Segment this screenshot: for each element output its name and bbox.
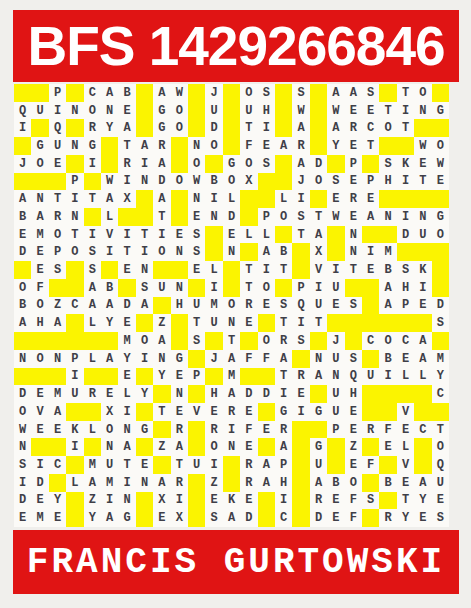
letter-cell: A xyxy=(292,119,309,137)
letter-cell: A xyxy=(414,332,431,350)
letter-cell: H xyxy=(379,173,396,191)
letter-cell: U xyxy=(205,102,222,120)
block-cell xyxy=(275,173,292,191)
letter-cell: N xyxy=(205,208,222,226)
block-cell xyxy=(188,385,205,403)
letter-cell: D xyxy=(14,385,31,403)
letter-cell: T xyxy=(153,403,170,421)
letter-cell: E xyxy=(240,492,257,510)
letter-cell: E xyxy=(258,137,275,155)
letter-cell: O xyxy=(258,279,275,297)
letter-cell: U xyxy=(310,297,327,315)
block-cell xyxy=(66,279,83,297)
block-cell xyxy=(66,456,83,474)
letter-cell: N xyxy=(49,350,66,368)
letter-cell: I xyxy=(118,403,135,421)
letter-cell: W xyxy=(327,208,344,226)
letter-cell: S xyxy=(188,243,205,261)
letter-cell: E xyxy=(223,226,240,244)
block-cell xyxy=(258,438,275,456)
block-cell xyxy=(258,509,275,527)
letter-cell: S xyxy=(362,492,379,510)
letter-cell: C xyxy=(362,119,379,137)
letter-cell: E xyxy=(171,226,188,244)
letter-cell: U xyxy=(205,314,222,332)
letter-cell: K xyxy=(397,155,414,173)
block-cell xyxy=(66,84,83,102)
block-cell xyxy=(275,155,292,173)
letter-cell: H xyxy=(397,279,414,297)
letter-cell: A xyxy=(153,474,170,492)
block-cell xyxy=(31,119,48,137)
letter-cell: Z xyxy=(49,297,66,315)
block-cell xyxy=(432,279,449,297)
letter-cell: I xyxy=(205,190,222,208)
block-cell xyxy=(101,332,118,350)
letter-cell: I xyxy=(310,279,327,297)
block-cell xyxy=(14,332,31,350)
letter-cell: R xyxy=(171,421,188,439)
letter-cell: Z xyxy=(153,438,170,456)
block-cell xyxy=(188,84,205,102)
letter-cell: B xyxy=(379,261,396,279)
letter-cell: C xyxy=(362,332,379,350)
letter-cell: A xyxy=(101,190,118,208)
letter-cell: O xyxy=(432,438,449,456)
block-cell xyxy=(171,261,188,279)
letter-cell: B xyxy=(118,84,135,102)
letter-cell: E xyxy=(49,509,66,527)
block-cell xyxy=(432,403,449,421)
letter-cell: G xyxy=(84,137,101,155)
letter-cell: F xyxy=(345,509,362,527)
letter-cell: E xyxy=(414,509,431,527)
letter-cell: A xyxy=(414,350,431,368)
block-cell xyxy=(397,243,414,261)
letter-cell: G xyxy=(153,102,170,120)
letter-cell: A xyxy=(223,350,240,368)
letter-cell: I xyxy=(136,155,153,173)
letter-cell: C xyxy=(84,84,101,102)
letter-cell: C xyxy=(49,456,66,474)
letter-cell: V xyxy=(397,456,414,474)
letter-cell: R xyxy=(84,385,101,403)
letter-cell: T xyxy=(310,314,327,332)
block-cell xyxy=(136,119,153,137)
letter-cell: S xyxy=(84,243,101,261)
block-cell xyxy=(223,279,240,297)
letter-cell: Y xyxy=(414,492,431,510)
block-cell xyxy=(171,332,188,350)
letter-cell: P xyxy=(345,155,362,173)
letter-cell: A xyxy=(49,403,66,421)
letter-cell: I xyxy=(84,155,101,173)
block-cell xyxy=(66,314,83,332)
letter-cell: N xyxy=(101,438,118,456)
letter-cell: S xyxy=(275,297,292,315)
letter-cell: F xyxy=(240,350,257,368)
letter-cell: T xyxy=(66,226,83,244)
letter-cell: A xyxy=(101,509,118,527)
book-cover: BFS 1429266846 PCABAWJOSSAASTOQUINONEGOU… xyxy=(0,0,471,608)
block-cell xyxy=(432,84,449,102)
letter-cell: T xyxy=(84,190,101,208)
letter-cell: O xyxy=(84,102,101,120)
letter-cell: A xyxy=(136,137,153,155)
letter-cell: L xyxy=(205,261,222,279)
block-cell xyxy=(397,385,414,403)
block-cell xyxy=(362,297,379,315)
block-cell xyxy=(14,261,31,279)
letter-cell: N xyxy=(31,190,48,208)
letter-cell: T xyxy=(397,492,414,510)
letter-cell: E xyxy=(397,421,414,439)
block-cell xyxy=(101,155,118,173)
letter-cell: F xyxy=(240,137,257,155)
letter-cell: B xyxy=(14,208,31,226)
letter-cell: S xyxy=(136,279,153,297)
letter-cell: I xyxy=(205,279,222,297)
letter-cell: P xyxy=(362,173,379,191)
letter-cell: E xyxy=(136,456,153,474)
block-cell xyxy=(292,421,309,439)
block-cell xyxy=(188,474,205,492)
letter-cell: S xyxy=(379,155,396,173)
letter-cell: A xyxy=(153,84,170,102)
block-cell xyxy=(49,173,66,191)
letter-cell: T xyxy=(49,190,66,208)
letter-cell: A xyxy=(379,297,396,315)
letter-cell: L xyxy=(101,208,118,226)
letter-cell: A xyxy=(223,509,240,527)
block-cell xyxy=(136,190,153,208)
letter-cell: S xyxy=(292,84,309,102)
letter-cell: O xyxy=(432,137,449,155)
letter-cell: E xyxy=(153,509,170,527)
letter-cell: L xyxy=(397,438,414,456)
letter-cell: X xyxy=(240,173,257,191)
letter-cell: E xyxy=(345,403,362,421)
letter-cell: U xyxy=(153,279,170,297)
letter-cell: E xyxy=(292,385,309,403)
block-cell xyxy=(327,226,344,244)
letter-cell: T xyxy=(153,208,170,226)
block-cell xyxy=(205,243,222,261)
letter-cell: A xyxy=(118,119,135,137)
letter-cell: E xyxy=(205,492,222,510)
letter-cell: O xyxy=(432,226,449,244)
letter-cell: R xyxy=(345,119,362,137)
block-cell xyxy=(345,332,362,350)
letter-cell: I xyxy=(327,261,344,279)
letter-cell: E xyxy=(362,190,379,208)
block-cell xyxy=(136,509,153,527)
letter-cell: R xyxy=(275,421,292,439)
block-cell xyxy=(49,279,66,297)
letter-cell: C xyxy=(432,385,449,403)
letter-cell: C xyxy=(66,297,83,315)
block-cell xyxy=(49,438,66,456)
block-cell xyxy=(188,102,205,120)
letter-cell: O xyxy=(379,332,396,350)
letter-cell: B xyxy=(101,279,118,297)
block-cell xyxy=(223,102,240,120)
letter-cell: A xyxy=(31,208,48,226)
letter-cell: S xyxy=(292,208,309,226)
letter-cell: F xyxy=(345,492,362,510)
letter-cell: E xyxy=(188,261,205,279)
block-cell xyxy=(292,509,309,527)
letter-cell: E xyxy=(345,208,362,226)
block-cell xyxy=(171,155,188,173)
letter-cell: S xyxy=(345,297,362,315)
letter-cell: N xyxy=(136,261,153,279)
letter-cell: A xyxy=(49,314,66,332)
letter-cell: I xyxy=(84,226,101,244)
letter-cell: A xyxy=(275,137,292,155)
letter-cell: T xyxy=(275,261,292,279)
block-cell xyxy=(275,84,292,102)
letter-cell: D xyxy=(432,297,449,315)
block-cell xyxy=(345,279,362,297)
block-cell xyxy=(275,102,292,120)
letter-cell: R xyxy=(240,297,257,315)
block-cell xyxy=(136,368,153,386)
letter-cell: R xyxy=(275,332,292,350)
letter-cell: M xyxy=(205,297,222,315)
letter-cell: N xyxy=(171,243,188,261)
block-cell xyxy=(66,492,83,510)
letter-cell: N xyxy=(101,102,118,120)
letter-cell: U xyxy=(432,474,449,492)
letter-cell: O xyxy=(240,155,257,173)
letter-cell: G xyxy=(31,137,48,155)
letter-cell: E xyxy=(240,438,257,456)
block-cell xyxy=(310,119,327,137)
block-cell xyxy=(136,438,153,456)
letter-cell: A xyxy=(310,226,327,244)
letter-cell: V xyxy=(101,226,118,244)
letter-cell: I xyxy=(258,261,275,279)
block-cell xyxy=(153,261,170,279)
letter-cell: O xyxy=(31,350,48,368)
letter-cell: L xyxy=(275,190,292,208)
letter-cell: R xyxy=(362,421,379,439)
letter-cell: Y xyxy=(101,119,118,137)
letter-cell: E xyxy=(205,403,222,421)
letter-cell: E xyxy=(118,102,135,120)
letter-cell: I xyxy=(397,102,414,120)
letter-cell: D xyxy=(397,226,414,244)
block-cell xyxy=(397,137,414,155)
letter-cell: O xyxy=(171,173,188,191)
letter-cell: T xyxy=(397,119,414,137)
letter-cell: M xyxy=(223,368,240,386)
block-cell xyxy=(49,332,66,350)
letter-cell: H xyxy=(258,102,275,120)
block-cell xyxy=(153,456,170,474)
letter-cell: N xyxy=(136,173,153,191)
letter-cell: N xyxy=(223,243,240,261)
letter-cell: P xyxy=(66,350,83,368)
letter-cell: C xyxy=(414,421,431,439)
block-cell xyxy=(292,492,309,510)
letter-cell: V xyxy=(31,403,48,421)
letter-cell: T xyxy=(397,84,414,102)
letter-cell: I xyxy=(66,368,83,386)
letter-cell: G xyxy=(432,208,449,226)
letter-cell: D xyxy=(118,297,135,315)
letter-cell: N xyxy=(136,474,153,492)
block-cell xyxy=(310,137,327,155)
letter-cell: I xyxy=(397,208,414,226)
letter-cell: D xyxy=(153,173,170,191)
letter-cell: P xyxy=(49,243,66,261)
block-cell xyxy=(66,332,83,350)
block-cell xyxy=(258,314,275,332)
letter-cell: R xyxy=(240,456,257,474)
letter-cell: I xyxy=(101,243,118,261)
letter-cell: O xyxy=(258,332,275,350)
letter-cell: N xyxy=(14,350,31,368)
letter-cell: N xyxy=(66,137,83,155)
letter-cell: E xyxy=(171,403,188,421)
letter-cell: A xyxy=(292,155,309,173)
letter-cell: J xyxy=(14,155,31,173)
letter-cell: I xyxy=(397,173,414,191)
block-cell xyxy=(379,385,396,403)
letter-cell: O xyxy=(379,119,396,137)
letter-cell: U xyxy=(66,385,83,403)
letter-cell: E xyxy=(14,226,31,244)
letter-cell: E xyxy=(432,492,449,510)
block-cell xyxy=(223,119,240,137)
letter-cell: T xyxy=(275,314,292,332)
letter-cell: E xyxy=(118,261,135,279)
letter-cell: M xyxy=(84,456,101,474)
letter-cell: S xyxy=(188,226,205,244)
letter-cell: O xyxy=(171,102,188,120)
letter-cell: A xyxy=(118,438,135,456)
letter-cell: I xyxy=(118,226,135,244)
block-cell xyxy=(171,137,188,155)
block-cell xyxy=(66,119,83,137)
letter-cell: S xyxy=(188,332,205,350)
block-cell xyxy=(101,137,118,155)
letter-cell: N xyxy=(188,137,205,155)
letter-cell: E xyxy=(258,421,275,439)
block-cell xyxy=(14,368,31,386)
letter-cell: L xyxy=(240,226,257,244)
letter-cell: W xyxy=(171,84,188,102)
letter-cell: U xyxy=(327,279,344,297)
block-cell xyxy=(66,403,83,421)
letter-cell: S xyxy=(362,84,379,102)
letter-cell: G xyxy=(432,102,449,120)
block-cell xyxy=(136,208,153,226)
block-cell xyxy=(240,243,257,261)
block-cell xyxy=(275,226,292,244)
block-cell xyxy=(292,243,309,261)
block-cell xyxy=(188,119,205,137)
block-cell xyxy=(258,173,275,191)
letter-cell: F xyxy=(379,421,396,439)
block-cell xyxy=(414,119,431,137)
letter-cell: Y xyxy=(327,137,344,155)
letter-cell: H xyxy=(171,297,188,315)
letter-cell: O xyxy=(14,279,31,297)
block-cell xyxy=(240,190,257,208)
letter-cell: A xyxy=(345,84,362,102)
letter-cell: N xyxy=(223,314,240,332)
letter-cell: O xyxy=(66,243,83,261)
letter-cell: J xyxy=(205,350,222,368)
letter-cell: T xyxy=(136,226,153,244)
letter-cell: E xyxy=(188,208,205,226)
block-cell xyxy=(379,84,396,102)
letter-cell: Q xyxy=(14,102,31,120)
letter-cell: W xyxy=(414,137,431,155)
letter-cell: A xyxy=(153,155,170,173)
letter-cell: I xyxy=(292,314,309,332)
letter-cell: U xyxy=(362,368,379,386)
letter-cell: I xyxy=(292,190,309,208)
letter-cell: T xyxy=(362,137,379,155)
letter-cell: A xyxy=(223,385,240,403)
letter-cell: W xyxy=(292,102,309,120)
block-cell xyxy=(362,155,379,173)
letter-cell: N xyxy=(14,438,31,456)
letter-cell: K xyxy=(66,421,83,439)
letter-cell: I xyxy=(66,438,83,456)
letter-cell: M xyxy=(432,350,449,368)
letter-cell: O xyxy=(205,438,222,456)
letter-cell: A xyxy=(258,474,275,492)
block-cell xyxy=(414,243,431,261)
block-cell xyxy=(379,226,396,244)
letter-cell: U xyxy=(49,137,66,155)
block-cell xyxy=(397,190,414,208)
block-cell xyxy=(205,155,222,173)
letter-cell: E xyxy=(345,173,362,191)
letter-cell: G xyxy=(310,438,327,456)
block-cell xyxy=(31,332,48,350)
letter-cell: R xyxy=(345,190,362,208)
block-cell xyxy=(14,137,31,155)
block-cell xyxy=(362,350,379,368)
letter-cell: O xyxy=(171,119,188,137)
block-cell xyxy=(118,279,135,297)
letter-cell: L xyxy=(223,190,240,208)
letter-cell: I xyxy=(362,243,379,261)
letter-cell: S xyxy=(258,155,275,173)
letter-cell: C xyxy=(275,509,292,527)
letter-cell: E xyxy=(345,102,362,120)
block-cell xyxy=(379,314,396,332)
letter-cell: I xyxy=(292,403,309,421)
letter-cell: A xyxy=(310,474,327,492)
block-cell xyxy=(432,119,449,137)
letter-cell: A xyxy=(275,438,292,456)
block-cell xyxy=(292,350,309,368)
block-cell xyxy=(310,421,327,439)
block-cell xyxy=(101,368,118,386)
block-cell xyxy=(310,385,327,403)
letter-cell: A xyxy=(84,297,101,315)
letter-cell: A xyxy=(136,297,153,315)
letter-cell: O xyxy=(414,84,431,102)
letter-cell: R xyxy=(153,137,170,155)
